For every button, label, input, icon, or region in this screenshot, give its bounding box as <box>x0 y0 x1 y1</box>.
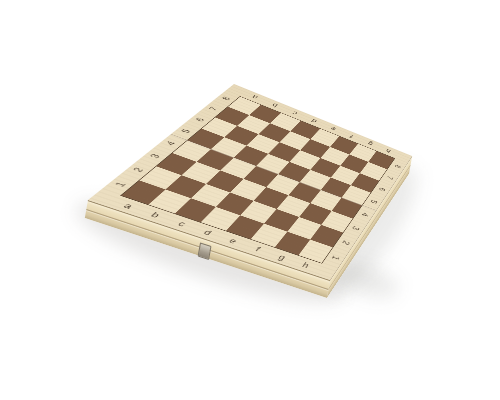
product-photo: abcdefgh abcdefgh 12345678 12345678 <box>0 0 500 400</box>
